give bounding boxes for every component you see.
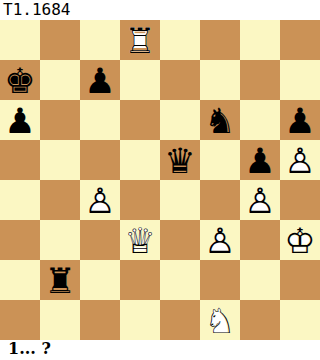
piece-white-pawn: ♙	[280, 140, 320, 180]
square-c4[interactable]: ♟♙	[80, 180, 120, 220]
square-e4[interactable]	[160, 180, 200, 220]
square-f4[interactable]	[200, 180, 240, 220]
square-b7[interactable]	[40, 60, 80, 100]
piece-black-pawn: ♟	[240, 140, 280, 180]
chess-board: ♜♖♚♟♟♞♟♛♟♟♙♟♙♟♙♛♕♟♙♚♔♜♞♘	[0, 20, 320, 340]
square-d7[interactable]	[120, 60, 160, 100]
piece-black-pawn: ♟	[80, 60, 120, 100]
square-b8[interactable]	[40, 20, 80, 60]
square-h8[interactable]	[280, 20, 320, 60]
move-prompt: 1... ?	[8, 339, 51, 359]
piece-black-queen: ♛	[160, 140, 200, 180]
square-b3[interactable]	[40, 220, 80, 260]
piece-white-rook: ♖	[120, 20, 160, 60]
square-d1[interactable]	[120, 300, 160, 340]
square-g1[interactable]	[240, 300, 280, 340]
square-f5[interactable]	[200, 140, 240, 180]
square-e3[interactable]	[160, 220, 200, 260]
square-a2[interactable]	[0, 260, 40, 300]
square-a8[interactable]	[0, 20, 40, 60]
square-e1[interactable]	[160, 300, 200, 340]
piece-black-knight: ♞	[200, 100, 240, 140]
square-g2[interactable]	[240, 260, 280, 300]
square-c6[interactable]	[80, 100, 120, 140]
piece-black-pawn: ♟	[280, 100, 320, 140]
piece-white-queen: ♕	[120, 220, 160, 260]
piece-white-king: ♔	[280, 220, 320, 260]
piece-white-pawn: ♙	[80, 180, 120, 220]
square-h3[interactable]: ♚♔	[280, 220, 320, 260]
piece-white-knight: ♘	[200, 300, 240, 340]
square-h4[interactable]	[280, 180, 320, 220]
square-a5[interactable]	[0, 140, 40, 180]
piece-black-king: ♚	[0, 60, 40, 100]
piece-white-pawn: ♙	[200, 220, 240, 260]
square-a1[interactable]	[0, 300, 40, 340]
square-c8[interactable]	[80, 20, 120, 60]
square-a3[interactable]	[0, 220, 40, 260]
square-g3[interactable]	[240, 220, 280, 260]
square-e8[interactable]	[160, 20, 200, 60]
square-b5[interactable]	[40, 140, 80, 180]
square-c1[interactable]	[80, 300, 120, 340]
piece-black-pawn: ♟	[0, 100, 40, 140]
square-g4[interactable]: ♟♙	[240, 180, 280, 220]
square-a4[interactable]	[0, 180, 40, 220]
square-d2[interactable]	[120, 260, 160, 300]
square-e6[interactable]	[160, 100, 200, 140]
square-d6[interactable]	[120, 100, 160, 140]
square-f7[interactable]	[200, 60, 240, 100]
square-f8[interactable]	[200, 20, 240, 60]
square-d8[interactable]: ♜♖	[120, 20, 160, 60]
square-b2[interactable]: ♜	[40, 260, 80, 300]
square-c3[interactable]	[80, 220, 120, 260]
square-d4[interactable]	[120, 180, 160, 220]
square-d3[interactable]: ♛♕	[120, 220, 160, 260]
square-f6[interactable]: ♞	[200, 100, 240, 140]
square-e5[interactable]: ♛	[160, 140, 200, 180]
square-g7[interactable]	[240, 60, 280, 100]
square-e2[interactable]	[160, 260, 200, 300]
square-h2[interactable]	[280, 260, 320, 300]
square-d5[interactable]	[120, 140, 160, 180]
square-h6[interactable]: ♟	[280, 100, 320, 140]
square-h7[interactable]	[280, 60, 320, 100]
square-f3[interactable]: ♟♙	[200, 220, 240, 260]
square-f2[interactable]	[200, 260, 240, 300]
square-g8[interactable]	[240, 20, 280, 60]
square-b1[interactable]	[40, 300, 80, 340]
square-c2[interactable]	[80, 260, 120, 300]
square-b4[interactable]	[40, 180, 80, 220]
square-b6[interactable]	[40, 100, 80, 140]
square-a7[interactable]: ♚	[0, 60, 40, 100]
piece-black-rook: ♜	[40, 260, 80, 300]
square-e7[interactable]	[160, 60, 200, 100]
piece-white-pawn: ♙	[240, 180, 280, 220]
square-g6[interactable]	[240, 100, 280, 140]
square-c7[interactable]: ♟	[80, 60, 120, 100]
square-h1[interactable]	[280, 300, 320, 340]
square-c5[interactable]	[80, 140, 120, 180]
square-h5[interactable]: ♟♙	[280, 140, 320, 180]
square-g5[interactable]: ♟	[240, 140, 280, 180]
square-a6[interactable]: ♟	[0, 100, 40, 140]
puzzle-id: T1.1684	[3, 1, 70, 19]
square-f1[interactable]: ♞♘	[200, 300, 240, 340]
